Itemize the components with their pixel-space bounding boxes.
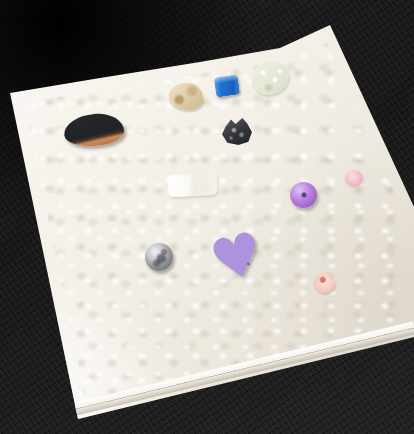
frosted-rectangle-piece bbox=[167, 173, 217, 198]
purple-heart-bead: ♥ bbox=[206, 228, 268, 286]
coral-fragment bbox=[169, 83, 203, 110]
peach-bead bbox=[314, 273, 335, 293]
photo-scene: ♥ bbox=[0, 0, 414, 434]
paper-napkin bbox=[0, 0, 414, 434]
blue-cylinder-bead bbox=[214, 74, 241, 97]
pink-small-bead bbox=[345, 170, 363, 187]
silver-bead bbox=[145, 243, 173, 271]
purple-round-bead bbox=[290, 182, 317, 208]
heart-shape: ♥ bbox=[206, 228, 268, 286]
